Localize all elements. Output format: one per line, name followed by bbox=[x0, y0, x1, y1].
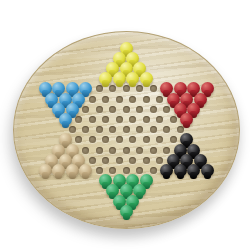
peg-black[interactable] bbox=[187, 164, 200, 177]
hole[interactable] bbox=[123, 126, 130, 133]
peg-black[interactable] bbox=[160, 164, 173, 177]
peg-base bbox=[190, 172, 197, 179]
hole[interactable] bbox=[163, 126, 170, 133]
peg-base bbox=[143, 80, 150, 87]
hole[interactable] bbox=[123, 106, 130, 113]
hole[interactable] bbox=[136, 126, 143, 133]
peg-black[interactable] bbox=[201, 164, 214, 177]
peg-base bbox=[69, 172, 76, 179]
peg-base bbox=[183, 121, 190, 128]
peg-yellow[interactable] bbox=[140, 72, 153, 85]
hole[interactable] bbox=[156, 157, 163, 164]
hole[interactable] bbox=[143, 157, 150, 164]
hole[interactable] bbox=[109, 85, 116, 92]
peg-black[interactable] bbox=[174, 164, 187, 177]
hole[interactable] bbox=[129, 157, 136, 164]
hole[interactable] bbox=[96, 85, 103, 92]
hole[interactable] bbox=[136, 85, 143, 92]
hole[interactable] bbox=[109, 167, 116, 174]
hole[interactable] bbox=[89, 116, 96, 123]
hole[interactable] bbox=[170, 136, 177, 143]
hole[interactable] bbox=[82, 147, 89, 154]
hole[interactable] bbox=[136, 167, 143, 174]
hole[interactable] bbox=[156, 136, 163, 143]
peg-yellow[interactable] bbox=[99, 72, 112, 85]
hole[interactable] bbox=[116, 136, 123, 143]
hole[interactable] bbox=[116, 116, 123, 123]
hole[interactable] bbox=[75, 136, 82, 143]
peg-base bbox=[204, 172, 211, 179]
peg-natural[interactable] bbox=[79, 164, 92, 177]
hole[interactable] bbox=[136, 147, 143, 154]
hole[interactable] bbox=[102, 116, 109, 123]
hole[interactable] bbox=[102, 136, 109, 143]
peg-base bbox=[62, 121, 69, 128]
hole[interactable] bbox=[163, 147, 170, 154]
hole[interactable] bbox=[96, 106, 103, 113]
hole[interactable] bbox=[82, 126, 89, 133]
hole[interactable] bbox=[150, 167, 157, 174]
peg-red[interactable] bbox=[180, 113, 193, 126]
chinese-checkers-board bbox=[13, 31, 240, 229]
hole[interactable] bbox=[129, 96, 136, 103]
hole[interactable] bbox=[89, 96, 96, 103]
peg-yellow[interactable] bbox=[126, 72, 139, 85]
hole[interactable] bbox=[116, 96, 123, 103]
hole[interactable] bbox=[96, 126, 103, 133]
hole[interactable] bbox=[69, 126, 76, 133]
hole[interactable] bbox=[109, 147, 116, 154]
hole[interactable] bbox=[150, 126, 157, 133]
peg-base bbox=[129, 80, 136, 87]
hole[interactable] bbox=[163, 106, 170, 113]
hole[interactable] bbox=[143, 96, 150, 103]
peg-natural[interactable] bbox=[66, 164, 79, 177]
hole[interactable] bbox=[129, 116, 136, 123]
peg-green[interactable] bbox=[120, 205, 133, 218]
peg-natural[interactable] bbox=[52, 164, 65, 177]
photo-background: { "game": "chinese-checkers", "scene": "… bbox=[0, 0, 250, 250]
peg-base bbox=[177, 172, 184, 179]
hole[interactable] bbox=[96, 147, 103, 154]
hole[interactable] bbox=[156, 116, 163, 123]
hole[interactable] bbox=[170, 116, 177, 123]
hole[interactable] bbox=[150, 85, 157, 92]
hole[interactable] bbox=[89, 136, 96, 143]
hole[interactable] bbox=[143, 116, 150, 123]
hole[interactable] bbox=[89, 157, 96, 164]
hole[interactable] bbox=[123, 147, 130, 154]
hole[interactable] bbox=[75, 116, 82, 123]
hole[interactable] bbox=[150, 106, 157, 113]
peg-base bbox=[123, 213, 130, 220]
hole[interactable] bbox=[109, 106, 116, 113]
hole[interactable] bbox=[109, 126, 116, 133]
peg-base bbox=[82, 172, 89, 179]
peg-base bbox=[116, 80, 123, 87]
hole[interactable] bbox=[82, 106, 89, 113]
peg-natural[interactable] bbox=[39, 164, 52, 177]
hole[interactable] bbox=[116, 157, 123, 164]
peg-base bbox=[42, 172, 49, 179]
peg-base bbox=[163, 172, 170, 179]
hole[interactable] bbox=[156, 96, 163, 103]
hole[interactable] bbox=[123, 167, 130, 174]
hole[interactable] bbox=[123, 85, 130, 92]
peg-base bbox=[55, 172, 62, 179]
star-hole-grid bbox=[14, 32, 239, 228]
peg-yellow[interactable] bbox=[113, 72, 126, 85]
hole[interactable] bbox=[177, 126, 184, 133]
hole[interactable] bbox=[143, 136, 150, 143]
peg-base bbox=[102, 80, 109, 87]
hole[interactable] bbox=[96, 167, 103, 174]
hole[interactable] bbox=[102, 157, 109, 164]
peg-blue[interactable] bbox=[59, 113, 72, 126]
hole[interactable] bbox=[102, 96, 109, 103]
hole[interactable] bbox=[129, 136, 136, 143]
hole[interactable] bbox=[136, 106, 143, 113]
hole[interactable] bbox=[150, 147, 157, 154]
